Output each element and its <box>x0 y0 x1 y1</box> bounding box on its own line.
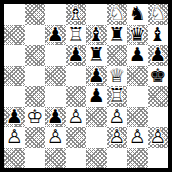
piece-white-pawn: ♟♙ <box>4 127 25 148</box>
square-c8[interactable] <box>45 4 66 25</box>
piece-black-rook: ♜♜ <box>107 25 128 46</box>
piece-glyph: ♟ <box>129 45 146 64</box>
piece-black-knight: ♞♞ <box>127 4 148 25</box>
square-h2[interactable]: ♟♙ <box>148 127 169 148</box>
square-a1[interactable] <box>4 148 25 169</box>
piece-black-pawn: ♟♟ <box>148 45 169 66</box>
square-b5[interactable] <box>25 66 46 87</box>
piece-black-rook: ♜♜ <box>86 45 107 66</box>
square-h4[interactable] <box>148 86 169 107</box>
piece-black-pawn: ♟♟ <box>45 25 66 46</box>
piece-glyph: ♗ <box>67 4 84 23</box>
piece-glyph: ♙ <box>149 127 166 146</box>
piece-glyph: ♚ <box>149 66 166 85</box>
square-h3[interactable] <box>148 107 169 128</box>
piece-glyph: ♝ <box>88 25 105 44</box>
piece-black-bishop: ♝♝ <box>148 25 169 46</box>
piece-black-pawn: ♟♟ <box>86 86 107 107</box>
piece-glyph: ♙ <box>6 127 23 146</box>
piece-glyph: ♙ <box>67 107 84 126</box>
piece-glyph: ♔ <box>26 107 43 126</box>
square-d8[interactable]: ♝♗ <box>66 4 87 25</box>
square-e8[interactable] <box>86 4 107 25</box>
piece-black-pawn: ♟♟ <box>86 66 107 87</box>
square-d6[interactable]: ♟♟ <box>66 45 87 66</box>
square-b2[interactable] <box>25 127 46 148</box>
piece-black-pawn: ♟♟ <box>66 45 87 66</box>
piece-glyph: ♜ <box>88 45 105 64</box>
square-a7[interactable] <box>4 25 25 46</box>
square-g2[interactable]: ♟♙ <box>127 127 148 148</box>
square-d7[interactable]: ♜♖ <box>66 25 87 46</box>
piece-white-knight: ♞♘ <box>107 4 128 25</box>
square-a2[interactable]: ♟♙ <box>4 127 25 148</box>
square-e1[interactable] <box>86 148 107 169</box>
piece-glyph: ♟ <box>88 86 105 105</box>
piece-glyph: ♕ <box>108 66 125 85</box>
square-g7[interactable]: ♛♛ <box>127 25 148 46</box>
piece-glyph: ♘ <box>108 4 125 23</box>
piece-white-pawn: ♟♙ <box>66 107 87 128</box>
square-g8[interactable]: ♞♞ <box>127 4 148 25</box>
piece-glyph: ♛ <box>129 25 146 44</box>
piece-white-king: ♚♔ <box>25 107 46 128</box>
square-h6[interactable]: ♟♟ <box>148 45 169 66</box>
piece-black-queen: ♛♛ <box>127 25 148 46</box>
square-g4[interactable] <box>127 86 148 107</box>
square-h7[interactable]: ♝♝ <box>148 25 169 46</box>
square-g5[interactable] <box>127 66 148 87</box>
piece-glyph: ♜ <box>108 25 125 44</box>
piece-glyph: ♖ <box>108 86 125 105</box>
square-f6[interactable] <box>107 45 128 66</box>
square-b8[interactable] <box>25 4 46 25</box>
square-c6[interactable] <box>45 45 66 66</box>
piece-glyph: ♟ <box>47 25 64 44</box>
piece-glyph: ♝ <box>149 25 166 44</box>
piece-glyph: ♟ <box>47 107 64 126</box>
piece-glyph: ♙ <box>129 127 146 146</box>
square-b1[interactable] <box>25 148 46 169</box>
piece-glyph: ♟ <box>67 45 84 64</box>
chess-board-frame: ♝♗♞♘♞♞♞♘♟♟♜♖♝♝♜♜♛♛♝♝♟♟♜♜♟♟♟♟♟♟♛♕♚♚♟♟♜♖♟♟… <box>0 0 172 172</box>
piece-white-rook: ♜♖ <box>107 86 128 107</box>
piece-black-pawn: ♟♟ <box>45 107 66 128</box>
square-a6[interactable] <box>4 45 25 66</box>
square-d2[interactable] <box>66 127 87 148</box>
square-b6[interactable] <box>25 45 46 66</box>
square-a5[interactable] <box>4 66 25 87</box>
piece-black-bishop: ♝♝ <box>86 25 107 46</box>
square-d3[interactable]: ♟♙ <box>66 107 87 128</box>
square-f5[interactable]: ♛♕ <box>107 66 128 87</box>
square-d5[interactable] <box>66 66 87 87</box>
square-f4[interactable]: ♜♖ <box>107 86 128 107</box>
square-c3[interactable]: ♟♟ <box>45 107 66 128</box>
square-c2[interactable]: ♟♙ <box>45 127 66 148</box>
piece-glyph: ♞ <box>129 4 146 23</box>
square-c5[interactable] <box>45 66 66 87</box>
square-f7[interactable]: ♜♜ <box>107 25 128 46</box>
piece-glyph: ♙ <box>108 127 125 146</box>
piece-black-king: ♚♚ <box>148 66 169 87</box>
piece-glyph: ♟ <box>149 45 166 64</box>
square-e4[interactable]: ♟♟ <box>86 86 107 107</box>
square-e7[interactable]: ♝♝ <box>86 25 107 46</box>
square-c4[interactable] <box>45 86 66 107</box>
square-b7[interactable] <box>25 25 46 46</box>
square-f1[interactable] <box>107 148 128 169</box>
square-g1[interactable] <box>127 148 148 169</box>
piece-glyph: ♙ <box>108 107 125 126</box>
square-h5[interactable]: ♚♚ <box>148 66 169 87</box>
piece-glyph: ♟ <box>6 107 23 126</box>
piece-white-rook: ♜♖ <box>66 25 87 46</box>
piece-glyph: ♙ <box>47 127 64 146</box>
square-a8[interactable] <box>4 4 25 25</box>
square-d4[interactable] <box>66 86 87 107</box>
square-f8[interactable]: ♞♘ <box>107 4 128 25</box>
square-h8[interactable]: ♞♘ <box>148 4 169 25</box>
piece-white-pawn: ♟♙ <box>45 127 66 148</box>
square-f3[interactable]: ♟♙ <box>107 107 128 128</box>
square-f2[interactable]: ♟♙ <box>107 127 128 148</box>
square-b4[interactable] <box>25 86 46 107</box>
square-c7[interactable]: ♟♟ <box>45 25 66 46</box>
piece-white-knight: ♞♘ <box>148 4 169 25</box>
square-c1[interactable] <box>45 148 66 169</box>
square-b3[interactable]: ♚♔ <box>25 107 46 128</box>
square-a3[interactable]: ♟♟ <box>4 107 25 128</box>
piece-black-pawn: ♟♟ <box>4 107 25 128</box>
square-e6[interactable]: ♜♜ <box>86 45 107 66</box>
piece-white-pawn: ♟♙ <box>127 127 148 148</box>
square-g3[interactable] <box>127 107 148 128</box>
square-d1[interactable] <box>66 148 87 169</box>
piece-white-pawn: ♟♙ <box>107 127 128 148</box>
piece-glyph: ♘ <box>149 4 166 23</box>
square-g6[interactable]: ♟♟ <box>127 45 148 66</box>
square-e2[interactable] <box>86 127 107 148</box>
square-e3[interactable] <box>86 107 107 128</box>
piece-white-queen: ♛♕ <box>107 66 128 87</box>
piece-white-pawn: ♟♙ <box>148 127 169 148</box>
piece-white-bishop: ♝♗ <box>66 4 87 25</box>
square-e5[interactable]: ♟♟ <box>86 66 107 87</box>
square-h1[interactable] <box>148 148 169 169</box>
chess-board: ♝♗♞♘♞♞♞♘♟♟♜♖♝♝♜♜♛♛♝♝♟♟♜♜♟♟♟♟♟♟♛♕♚♚♟♟♜♖♟♟… <box>4 4 168 168</box>
piece-glyph: ♟ <box>88 66 105 85</box>
piece-black-pawn: ♟♟ <box>127 45 148 66</box>
piece-white-pawn: ♟♙ <box>107 107 128 128</box>
piece-glyph: ♖ <box>67 25 84 44</box>
square-a4[interactable] <box>4 86 25 107</box>
